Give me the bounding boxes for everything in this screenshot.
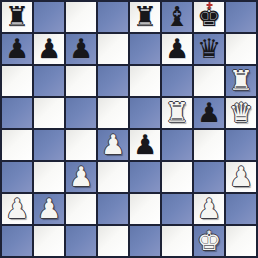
square-f1[interactable]: [162, 226, 192, 256]
square-a1[interactable]: [2, 226, 32, 256]
white-pawn[interactable]: ♟: [34, 194, 64, 224]
square-f5[interactable]: ♜: [162, 98, 192, 128]
white-king[interactable]: ♚: [194, 226, 224, 256]
black-pawn[interactable]: ♟: [162, 34, 192, 64]
square-g6[interactable]: [194, 66, 224, 96]
square-f4[interactable]: [162, 130, 192, 160]
square-e2[interactable]: [130, 194, 160, 224]
square-g5[interactable]: ♟: [194, 98, 224, 128]
square-h5[interactable]: ♛: [226, 98, 256, 128]
square-d6[interactable]: [98, 66, 128, 96]
square-a3[interactable]: [2, 162, 32, 192]
square-d2[interactable]: [98, 194, 128, 224]
square-c2[interactable]: [66, 194, 96, 224]
square-d7[interactable]: [98, 34, 128, 64]
square-h4[interactable]: [226, 130, 256, 160]
square-h7[interactable]: [226, 34, 256, 64]
white-pawn[interactable]: ♟: [98, 130, 128, 160]
square-b4[interactable]: [34, 130, 64, 160]
square-d5[interactable]: [98, 98, 128, 128]
square-h8[interactable]: [226, 2, 256, 32]
square-a5[interactable]: [2, 98, 32, 128]
square-g7[interactable]: ♛: [194, 34, 224, 64]
square-b2[interactable]: ♟: [34, 194, 64, 224]
square-b8[interactable]: [34, 2, 64, 32]
square-c5[interactable]: [66, 98, 96, 128]
white-pawn[interactable]: ♟: [226, 162, 256, 192]
square-b5[interactable]: [34, 98, 64, 128]
white-rook[interactable]: ♜: [226, 66, 256, 96]
square-e5[interactable]: [130, 98, 160, 128]
square-b6[interactable]: [34, 66, 64, 96]
square-e1[interactable]: [130, 226, 160, 256]
square-a7[interactable]: ♟: [2, 34, 32, 64]
square-f3[interactable]: [162, 162, 192, 192]
square-b3[interactable]: [34, 162, 64, 192]
black-rook[interactable]: ♜: [2, 2, 32, 32]
square-g8[interactable]: ♚: [194, 2, 224, 32]
chess-board: ♜♜♝♚♟♟♟♟♛♜♜♟♛♟♟♟♟♟♟♟♚: [0, 0, 258, 258]
square-f2[interactable]: [162, 194, 192, 224]
square-f6[interactable]: [162, 66, 192, 96]
white-rook[interactable]: ♜: [162, 98, 192, 128]
square-a6[interactable]: [2, 66, 32, 96]
black-rook[interactable]: ♜: [130, 2, 160, 32]
square-d3[interactable]: [98, 162, 128, 192]
white-pawn[interactable]: ♟: [66, 162, 96, 192]
black-pawn[interactable]: ♟: [66, 34, 96, 64]
black-pawn[interactable]: ♟: [34, 34, 64, 64]
square-b1[interactable]: [34, 226, 64, 256]
square-c7[interactable]: ♟: [66, 34, 96, 64]
square-g1[interactable]: ♚: [194, 226, 224, 256]
square-e3[interactable]: [130, 162, 160, 192]
square-f8[interactable]: ♝: [162, 2, 192, 32]
square-c4[interactable]: [66, 130, 96, 160]
square-e4[interactable]: ♟: [130, 130, 160, 160]
square-a4[interactable]: [2, 130, 32, 160]
black-pawn[interactable]: ♟: [2, 34, 32, 64]
square-b7[interactable]: ♟: [34, 34, 64, 64]
square-c6[interactable]: [66, 66, 96, 96]
black-bishop[interactable]: ♝: [162, 2, 192, 32]
square-d1[interactable]: [98, 226, 128, 256]
square-g4[interactable]: [194, 130, 224, 160]
square-e8[interactable]: ♜: [130, 2, 160, 32]
square-g2[interactable]: ♟: [194, 194, 224, 224]
black-queen[interactable]: ♛: [194, 34, 224, 64]
black-pawn[interactable]: ♟: [130, 130, 160, 160]
square-c1[interactable]: [66, 226, 96, 256]
square-e6[interactable]: [130, 66, 160, 96]
square-g3[interactable]: [194, 162, 224, 192]
square-h2[interactable]: [226, 194, 256, 224]
square-c3[interactable]: ♟: [66, 162, 96, 192]
black-pawn[interactable]: ♟: [194, 98, 224, 128]
white-queen[interactable]: ♛: [226, 98, 256, 128]
square-d8[interactable]: [98, 2, 128, 32]
square-a8[interactable]: ♜: [2, 2, 32, 32]
white-pawn[interactable]: ♟: [2, 194, 32, 224]
black-king[interactable]: ♚: [194, 2, 224, 32]
square-e7[interactable]: [130, 34, 160, 64]
white-pawn[interactable]: ♟: [194, 194, 224, 224]
square-h1[interactable]: [226, 226, 256, 256]
square-h6[interactable]: ♜: [226, 66, 256, 96]
square-a2[interactable]: ♟: [2, 194, 32, 224]
square-h3[interactable]: ♟: [226, 162, 256, 192]
square-f7[interactable]: ♟: [162, 34, 192, 64]
square-c8[interactable]: [66, 2, 96, 32]
square-d4[interactable]: ♟: [98, 130, 128, 160]
